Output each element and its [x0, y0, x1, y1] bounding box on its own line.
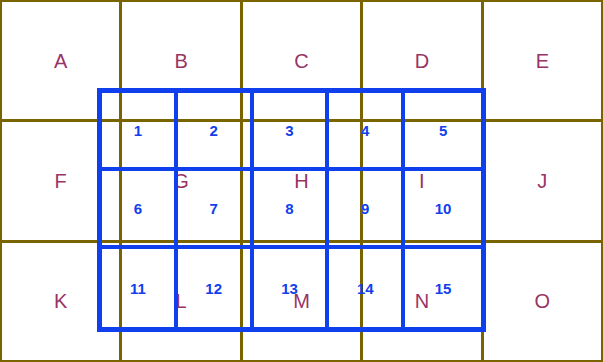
outer-label: A — [54, 51, 67, 71]
outer-label: E — [536, 51, 549, 71]
overlay-label: 2 — [210, 123, 218, 138]
overlay-label: 9 — [361, 201, 369, 216]
overlay-number-table: 123456789101112131415 — [97, 88, 486, 332]
overlay-cell-14: 14 — [329, 249, 405, 327]
overlay-cell-6: 6 — [102, 171, 178, 249]
outer-cell-O: O — [484, 243, 601, 360]
overlay-cell-11: 11 — [102, 249, 178, 327]
overlay-label: 15 — [435, 281, 452, 296]
overlay-cell-8: 8 — [254, 171, 330, 249]
overlay-label: 7 — [210, 201, 218, 216]
outer-label: O — [535, 291, 551, 311]
overlay-label: 1 — [134, 123, 142, 138]
overlay-cell-7: 7 — [178, 171, 254, 249]
overlapping-tables-diagram: ABCDEFGHIJKLMNO 123456789101112131415 — [0, 0, 603, 362]
overlay-cell-9: 9 — [329, 171, 405, 249]
overlay-cell-12: 12 — [178, 249, 254, 327]
outer-label: D — [415, 51, 429, 71]
overlay-cell-4: 4 — [329, 93, 405, 171]
overlay-label: 4 — [361, 123, 369, 138]
outer-label: J — [537, 171, 547, 191]
overlay-cell-10: 10 — [405, 171, 481, 249]
outer-label: F — [55, 171, 67, 191]
overlay-label: 5 — [439, 123, 447, 138]
overlay-cell-3: 3 — [254, 93, 330, 171]
overlay-cell-5: 5 — [405, 93, 481, 171]
overlay-label: 3 — [285, 123, 293, 138]
outer-cell-J: J — [484, 122, 601, 239]
overlay-cell-2: 2 — [178, 93, 254, 171]
overlay-label: 8 — [285, 201, 293, 216]
overlay-label: 13 — [281, 281, 298, 296]
overlay-cell-13: 13 — [254, 249, 330, 327]
outer-cell-E: E — [484, 2, 601, 119]
outer-label: K — [54, 291, 67, 311]
overlay-label: 11 — [130, 281, 146, 296]
overlay-label: 12 — [205, 281, 222, 296]
overlay-cell-1: 1 — [102, 93, 178, 171]
overlay-label: 10 — [435, 201, 452, 216]
outer-label: C — [294, 51, 308, 71]
overlay-label: 6 — [134, 201, 142, 216]
overlay-label: 14 — [357, 281, 374, 296]
overlay-cell-15: 15 — [405, 249, 481, 327]
outer-label: B — [174, 51, 187, 71]
